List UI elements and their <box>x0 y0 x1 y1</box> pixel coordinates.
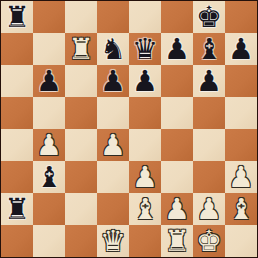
square-b2[interactable] <box>33 193 65 225</box>
square-h3[interactable]: ♟ <box>225 161 257 193</box>
square-f5[interactable] <box>161 97 193 129</box>
square-e7[interactable]: ♛ <box>129 33 161 65</box>
square-b7[interactable] <box>33 33 65 65</box>
piece-black-rook-a8[interactable]: ♜ <box>1 1 33 33</box>
piece-black-rook-a2[interactable]: ♜ <box>1 193 33 225</box>
square-c5[interactable] <box>65 97 97 129</box>
piece-white-pawn-g2[interactable]: ♟ <box>193 193 225 225</box>
square-h8[interactable] <box>225 1 257 33</box>
square-d5[interactable] <box>97 97 129 129</box>
square-c6[interactable] <box>65 65 97 97</box>
square-h4[interactable] <box>225 129 257 161</box>
piece-white-bishop-h2[interactable]: ♝ <box>225 193 257 225</box>
square-b3[interactable]: ♝ <box>33 161 65 193</box>
square-e6[interactable]: ♟ <box>129 65 161 97</box>
piece-white-pawn-f2[interactable]: ♟ <box>161 193 193 225</box>
piece-black-queen-e7[interactable]: ♛ <box>129 33 161 65</box>
piece-black-pawn-g6[interactable]: ♟ <box>193 65 225 97</box>
square-a1[interactable] <box>1 225 33 257</box>
square-g1[interactable]: ♚ <box>193 225 225 257</box>
square-c8[interactable] <box>65 1 97 33</box>
square-e5[interactable] <box>129 97 161 129</box>
piece-black-pawn-f7[interactable]: ♟ <box>161 33 193 65</box>
square-e4[interactable] <box>129 129 161 161</box>
square-g8[interactable]: ♚ <box>193 1 225 33</box>
square-b5[interactable] <box>33 97 65 129</box>
piece-white-bishop-e2[interactable]: ♝ <box>129 193 161 225</box>
piece-black-bishop-b3[interactable]: ♝ <box>33 161 65 193</box>
square-d7[interactable]: ♞ <box>97 33 129 65</box>
square-d4[interactable]: ♟ <box>97 129 129 161</box>
piece-white-rook-c7[interactable]: ♜ <box>65 33 97 65</box>
piece-black-pawn-h7[interactable]: ♟ <box>225 33 257 65</box>
square-f7[interactable]: ♟ <box>161 33 193 65</box>
square-a8[interactable]: ♜ <box>1 1 33 33</box>
square-b4[interactable]: ♟ <box>33 129 65 161</box>
square-e1[interactable] <box>129 225 161 257</box>
square-g4[interactable] <box>193 129 225 161</box>
square-c2[interactable] <box>65 193 97 225</box>
square-a4[interactable] <box>1 129 33 161</box>
piece-black-king-g8[interactable]: ♚ <box>193 1 225 33</box>
square-a3[interactable] <box>1 161 33 193</box>
square-a2[interactable]: ♜ <box>1 193 33 225</box>
square-c1[interactable] <box>65 225 97 257</box>
piece-black-pawn-b6[interactable]: ♟ <box>33 65 65 97</box>
square-d2[interactable] <box>97 193 129 225</box>
square-a5[interactable] <box>1 97 33 129</box>
piece-black-knight-d7[interactable]: ♞ <box>97 33 129 65</box>
square-g5[interactable] <box>193 97 225 129</box>
piece-black-pawn-e6[interactable]: ♟ <box>129 65 161 97</box>
piece-white-king-g1[interactable]: ♚ <box>193 225 225 257</box>
square-e3[interactable]: ♟ <box>129 161 161 193</box>
chess-board: ♜♚♜♞♛♟♝♟♟♟♟♟♟♟♝♟♟♜♝♟♟♝♛♜♚ <box>0 0 258 258</box>
piece-black-bishop-g7[interactable]: ♝ <box>193 33 225 65</box>
piece-white-pawn-b4[interactable]: ♟ <box>33 129 65 161</box>
piece-white-rook-f1[interactable]: ♜ <box>161 225 193 257</box>
square-e2[interactable]: ♝ <box>129 193 161 225</box>
square-b8[interactable] <box>33 1 65 33</box>
piece-black-pawn-d6[interactable]: ♟ <box>97 65 129 97</box>
square-b1[interactable] <box>33 225 65 257</box>
square-g3[interactable] <box>193 161 225 193</box>
square-f4[interactable] <box>161 129 193 161</box>
square-h2[interactable]: ♝ <box>225 193 257 225</box>
square-h1[interactable] <box>225 225 257 257</box>
piece-white-pawn-h3[interactable]: ♟ <box>225 161 257 193</box>
piece-white-queen-d1[interactable]: ♛ <box>97 225 129 257</box>
square-d8[interactable] <box>97 1 129 33</box>
piece-white-pawn-d4[interactable]: ♟ <box>97 129 129 161</box>
square-f6[interactable] <box>161 65 193 97</box>
square-f8[interactable] <box>161 1 193 33</box>
square-b6[interactable]: ♟ <box>33 65 65 97</box>
square-g7[interactable]: ♝ <box>193 33 225 65</box>
square-f2[interactable]: ♟ <box>161 193 193 225</box>
square-f3[interactable] <box>161 161 193 193</box>
piece-white-pawn-e3[interactable]: ♟ <box>129 161 161 193</box>
square-h5[interactable] <box>225 97 257 129</box>
square-a7[interactable] <box>1 33 33 65</box>
square-g6[interactable]: ♟ <box>193 65 225 97</box>
square-c3[interactable] <box>65 161 97 193</box>
chess-board-grid: ♜♚♜♞♛♟♝♟♟♟♟♟♟♟♝♟♟♜♝♟♟♝♛♜♚ <box>1 1 257 257</box>
square-f1[interactable]: ♜ <box>161 225 193 257</box>
square-g2[interactable]: ♟ <box>193 193 225 225</box>
square-h6[interactable] <box>225 65 257 97</box>
square-d3[interactable] <box>97 161 129 193</box>
square-a6[interactable] <box>1 65 33 97</box>
square-h7[interactable]: ♟ <box>225 33 257 65</box>
square-e8[interactable] <box>129 1 161 33</box>
square-c4[interactable] <box>65 129 97 161</box>
square-d1[interactable]: ♛ <box>97 225 129 257</box>
square-c7[interactable]: ♜ <box>65 33 97 65</box>
square-d6[interactable]: ♟ <box>97 65 129 97</box>
